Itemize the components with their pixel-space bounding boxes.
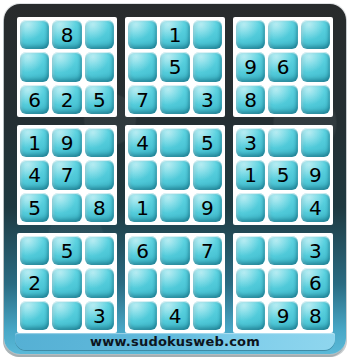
given-digit: 1 — [136, 197, 149, 218]
given-digit: 7 — [201, 240, 214, 261]
cell-r7c9[interactable]: 3 — [301, 236, 330, 265]
cell-r2c8[interactable]: 6 — [268, 52, 297, 81]
cell-r9c8[interactable]: 9 — [268, 301, 297, 330]
cell-r7c4[interactable]: 6 — [128, 236, 157, 265]
cell-r5c8[interactable]: 5 — [268, 160, 297, 189]
given-digit: 4 — [169, 305, 182, 326]
box-7: 523 — [17, 233, 117, 333]
footer-site-link[interactable]: www.sudokusweb.com — [90, 334, 260, 349]
cell-r1c1[interactable] — [20, 20, 49, 49]
cell-r6c7[interactable] — [236, 193, 265, 222]
cell-r7c2[interactable]: 5 — [52, 236, 81, 265]
cell-r4c7[interactable]: 3 — [236, 128, 265, 157]
box-3: 968 — [233, 17, 333, 117]
given-digit: 5 — [93, 89, 106, 110]
cell-r2c7[interactable]: 9 — [236, 52, 265, 81]
cell-r5c3[interactable] — [85, 160, 114, 189]
cell-r4c3[interactable] — [85, 128, 114, 157]
given-digit: 9 — [277, 305, 290, 326]
given-digit: 9 — [61, 132, 74, 153]
cell-r9c7[interactable] — [236, 301, 265, 330]
cell-r1c2[interactable]: 8 — [52, 20, 81, 49]
sudoku-board: 862515739681947584519315945236743698 — [17, 17, 333, 333]
cell-r9c9[interactable]: 8 — [301, 301, 330, 330]
given-digit: 5 — [169, 56, 182, 77]
cell-r2c1[interactable] — [20, 52, 49, 81]
given-digit: 6 — [28, 89, 41, 110]
cell-r2c9[interactable] — [301, 52, 330, 81]
cell-r1c9[interactable] — [301, 20, 330, 49]
cell-r5c9[interactable]: 9 — [301, 160, 330, 189]
cell-r3c1[interactable]: 6 — [20, 85, 49, 114]
cell-r8c2[interactable] — [52, 268, 81, 297]
given-digit: 3 — [244, 132, 257, 153]
cell-r1c3[interactable] — [85, 20, 114, 49]
cell-r2c6[interactable] — [193, 52, 222, 81]
box-5: 4519 — [125, 125, 225, 225]
cell-r2c3[interactable] — [85, 52, 114, 81]
given-digit: 5 — [277, 164, 290, 185]
box-2: 1573 — [125, 17, 225, 117]
cell-r3c5[interactable] — [160, 85, 189, 114]
cell-r8c7[interactable] — [236, 268, 265, 297]
cell-r6c2[interactable] — [52, 193, 81, 222]
given-digit: 1 — [169, 24, 182, 45]
cell-r9c5[interactable]: 4 — [160, 301, 189, 330]
cell-r9c6[interactable] — [193, 301, 222, 330]
cell-r8c1[interactable]: 2 — [20, 268, 49, 297]
cell-r6c6[interactable]: 9 — [193, 193, 222, 222]
cell-r2c4[interactable] — [128, 52, 157, 81]
cell-r3c2[interactable]: 2 — [52, 85, 81, 114]
cell-r7c5[interactable] — [160, 236, 189, 265]
cell-r9c4[interactable] — [128, 301, 157, 330]
cell-r9c2[interactable] — [52, 301, 81, 330]
given-digit: 7 — [61, 164, 74, 185]
given-digit: 9 — [201, 197, 214, 218]
given-digit: 8 — [244, 89, 257, 110]
box-8: 674 — [125, 233, 225, 333]
cell-r6c3[interactable]: 8 — [85, 193, 114, 222]
cell-r4c2[interactable]: 9 — [52, 128, 81, 157]
cell-r8c9[interactable]: 6 — [301, 268, 330, 297]
given-digit: 3 — [309, 240, 322, 261]
given-digit: 5 — [61, 240, 74, 261]
cell-r8c6[interactable] — [193, 268, 222, 297]
cell-r1c8[interactable] — [268, 20, 297, 49]
given-digit: 4 — [136, 132, 149, 153]
box-6: 31594 — [233, 125, 333, 225]
cell-r9c1[interactable] — [20, 301, 49, 330]
cell-r5c4[interactable] — [128, 160, 157, 189]
cell-r6c8[interactable] — [268, 193, 297, 222]
given-digit: 1 — [244, 164, 257, 185]
given-digit: 9 — [244, 56, 257, 77]
box-4: 194758 — [17, 125, 117, 225]
cell-r6c9[interactable]: 4 — [301, 193, 330, 222]
cell-r5c7[interactable]: 1 — [236, 160, 265, 189]
cell-r3c4[interactable]: 7 — [128, 85, 157, 114]
cell-r3c7[interactable]: 8 — [236, 85, 265, 114]
board-frame: 862515739681947584519315945236743698 www… — [4, 4, 346, 354]
given-digit: 6 — [309, 272, 322, 293]
cell-r5c5[interactable] — [160, 160, 189, 189]
given-digit: 8 — [309, 305, 322, 326]
cell-r1c7[interactable] — [236, 20, 265, 49]
cell-r8c8[interactable] — [268, 268, 297, 297]
given-digit: 5 — [201, 132, 214, 153]
cell-r1c5[interactable]: 1 — [160, 20, 189, 49]
given-digit: 3 — [201, 89, 214, 110]
cell-r3c9[interactable] — [301, 85, 330, 114]
box-9: 3698 — [233, 233, 333, 333]
cell-r4c8[interactable] — [268, 128, 297, 157]
given-digit: 6 — [277, 56, 290, 77]
given-digit: 8 — [93, 197, 106, 218]
given-digit: 6 — [136, 240, 149, 261]
cell-r2c2[interactable] — [52, 52, 81, 81]
cell-r8c3[interactable] — [85, 268, 114, 297]
given-digit: 7 — [136, 89, 149, 110]
given-digit: 9 — [309, 164, 322, 185]
cell-r4c9[interactable] — [301, 128, 330, 157]
cell-r6c1[interactable]: 5 — [20, 193, 49, 222]
cell-r3c8[interactable] — [268, 85, 297, 114]
cell-r7c6[interactable]: 7 — [193, 236, 222, 265]
given-digit: 3 — [93, 305, 106, 326]
cell-r8c5[interactable] — [160, 268, 189, 297]
cell-r8c4[interactable] — [128, 268, 157, 297]
cell-r1c6[interactable] — [193, 20, 222, 49]
given-digit: 1 — [28, 132, 41, 153]
page: { "game": "sudoku", "grid_size": "9x9", … — [0, 0, 350, 360]
cell-r7c3[interactable] — [85, 236, 114, 265]
cell-r7c7[interactable] — [236, 236, 265, 265]
cell-r3c3[interactable]: 5 — [85, 85, 114, 114]
given-digit: 2 — [61, 89, 74, 110]
cell-r9c3[interactable]: 3 — [85, 301, 114, 330]
cell-r6c4[interactable]: 1 — [128, 193, 157, 222]
box-1: 8625 — [17, 17, 117, 117]
cell-r6c5[interactable] — [160, 193, 189, 222]
cell-r4c4[interactable]: 4 — [128, 128, 157, 157]
given-digit: 5 — [28, 197, 41, 218]
footer-band: www.sudokusweb.com — [15, 333, 335, 350]
cell-r5c2[interactable]: 7 — [52, 160, 81, 189]
cell-r7c1[interactable] — [20, 236, 49, 265]
cell-r5c1[interactable]: 4 — [20, 160, 49, 189]
cell-r3c6[interactable]: 3 — [193, 85, 222, 114]
given-digit: 8 — [61, 24, 74, 45]
given-digit: 4 — [28, 164, 41, 185]
cell-r1c4[interactable] — [128, 20, 157, 49]
cell-r4c6[interactable]: 5 — [193, 128, 222, 157]
cell-r7c8[interactable] — [268, 236, 297, 265]
cell-r4c5[interactable] — [160, 128, 189, 157]
given-digit: 2 — [28, 272, 41, 293]
given-digit: 4 — [309, 197, 322, 218]
cell-r4c1[interactable]: 1 — [20, 128, 49, 157]
cell-r2c5[interactable]: 5 — [160, 52, 189, 81]
cell-r5c6[interactable] — [193, 160, 222, 189]
